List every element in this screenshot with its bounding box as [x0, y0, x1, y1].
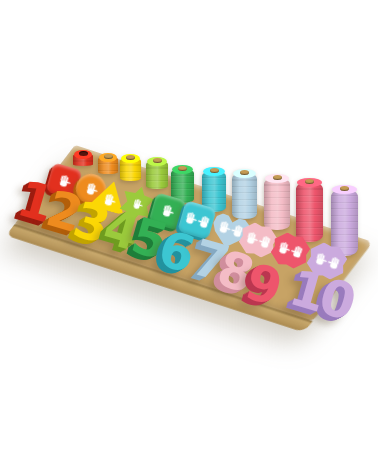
peg-tip-icon	[240, 170, 249, 175]
ring-stack-3[interactable]	[120, 158, 141, 181]
peg-tip-icon	[104, 154, 113, 159]
peg-tip-icon	[178, 166, 187, 171]
number-piece-10[interactable]: 10	[285, 262, 358, 327]
ring-stack-7[interactable]	[232, 173, 257, 219]
ring-stack-9[interactable]	[296, 182, 323, 242]
peg-tip-icon	[153, 158, 162, 163]
ring-stack-10[interactable]	[331, 189, 358, 256]
peg-tip-icon	[340, 186, 349, 191]
peg-hole-icon	[79, 151, 88, 156]
ring-stack-8[interactable]	[264, 178, 290, 230]
peg-tip-icon	[210, 168, 219, 173]
peg-tip-icon	[126, 155, 135, 160]
toy-board-scene: 1 2 3 4 5 6 7 8 9 10	[0, 0, 378, 472]
ring-stack-4[interactable]	[146, 161, 168, 189]
ring-stack-2[interactable]	[98, 157, 118, 174]
ring-stack-1[interactable]	[73, 154, 93, 166]
peg-tip-icon	[273, 175, 282, 180]
peg-tip-icon	[305, 179, 314, 184]
